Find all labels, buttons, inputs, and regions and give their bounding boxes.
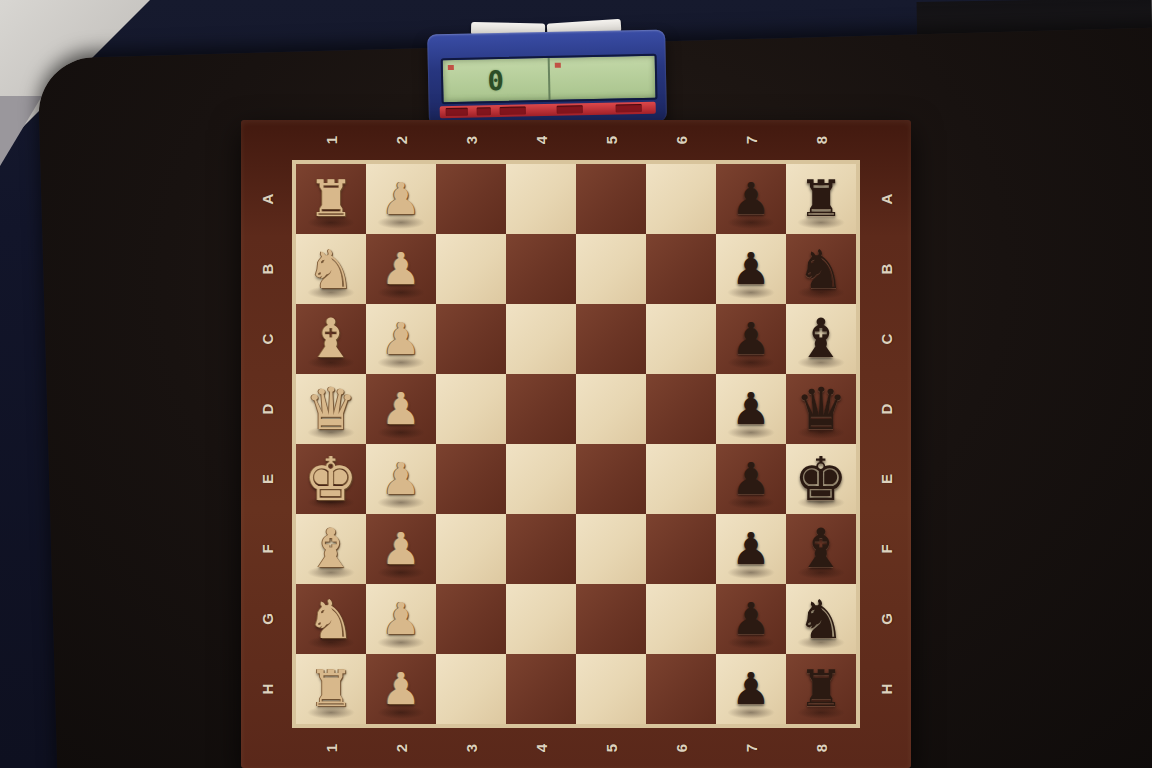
coord-bottom-1: 1	[311, 713, 351, 768]
square-g7: ♟	[716, 584, 786, 654]
coord-bottom-7: 7	[731, 713, 771, 768]
square-c4	[506, 304, 576, 374]
piece-white-pawn-g2: ♟	[366, 584, 436, 654]
square-b4	[506, 234, 576, 304]
piece-black-pawn-g7: ♟	[716, 584, 786, 654]
square-c5	[576, 304, 646, 374]
square-d3	[436, 374, 506, 444]
square-e7: ♟	[716, 444, 786, 514]
square-g8: ♞	[786, 584, 856, 654]
piece-black-bishop-c8: ♝	[786, 304, 856, 374]
piece-white-knight-b1: ♞	[296, 234, 366, 304]
square-b5	[576, 234, 646, 304]
piece-white-pawn-b2: ♟	[366, 234, 436, 304]
square-e1: ♚	[296, 444, 366, 514]
square-e8: ♚	[786, 444, 856, 514]
square-g6	[646, 584, 716, 654]
square-g5	[576, 584, 646, 654]
square-f3	[436, 514, 506, 584]
square-d4	[506, 374, 576, 444]
piece-black-pawn-d7: ♟	[716, 374, 786, 444]
square-b7: ♟	[716, 234, 786, 304]
square-d7: ♟	[716, 374, 786, 444]
coord-strip-left-letters: ABCDEFGH	[241, 164, 292, 724]
piece-white-pawn-c2: ♟	[366, 304, 436, 374]
coord-left-d: D	[232, 384, 302, 435]
piece-black-pawn-b7: ♟	[716, 234, 786, 304]
square-e2: ♟	[366, 444, 436, 514]
square-c7: ♟	[716, 304, 786, 374]
square-e3	[436, 444, 506, 514]
square-f1: ♝	[296, 514, 366, 584]
piece-white-pawn-e2: ♟	[366, 444, 436, 514]
coord-bottom-4: 4	[521, 713, 561, 768]
coord-top-3: 3	[451, 105, 491, 175]
coord-top-7: 7	[731, 105, 771, 175]
square-c8: ♝	[786, 304, 856, 374]
piece-black-queen-d8: ♛	[786, 374, 856, 444]
square-g1: ♞	[296, 584, 366, 654]
coord-right-f: F	[851, 524, 921, 575]
coord-top-6: 6	[661, 105, 701, 175]
coord-bottom-2: 2	[381, 713, 421, 768]
coord-right-c: C	[851, 314, 921, 365]
piece-white-knight-g1: ♞	[296, 584, 366, 654]
square-e5	[576, 444, 646, 514]
piece-black-knight-b8: ♞	[786, 234, 856, 304]
coord-top-1: 1	[311, 105, 351, 175]
coord-right-e: E	[851, 454, 921, 505]
coord-right-a: A	[851, 174, 921, 225]
coord-left-c: C	[232, 314, 302, 365]
piece-black-king-e8: ♚	[786, 444, 856, 514]
square-b3	[436, 234, 506, 304]
square-d1: ♛	[296, 374, 366, 444]
square-g3	[436, 584, 506, 654]
piece-black-bishop-f8: ♝	[786, 514, 856, 584]
square-f8: ♝	[786, 514, 856, 584]
coord-left-f: F	[232, 524, 302, 575]
square-d6	[646, 374, 716, 444]
square-f7: ♟	[716, 514, 786, 584]
piece-black-knight-g8: ♞	[786, 584, 856, 654]
coord-right-h: H	[851, 664, 921, 715]
square-b2: ♟	[366, 234, 436, 304]
piece-white-bishop-c1: ♝	[296, 304, 366, 374]
chess-board: 12345678 12345678 ABCDEFGH ABCDEFGH ♜♟♟♜…	[241, 120, 911, 768]
square-b1: ♞	[296, 234, 366, 304]
coord-top-2: 2	[381, 105, 421, 175]
coord-right-d: D	[851, 384, 921, 435]
coord-top-5: 5	[591, 105, 631, 175]
square-b8: ♞	[786, 234, 856, 304]
square-d2: ♟	[366, 374, 436, 444]
left-flag-indicator	[448, 65, 454, 70]
piece-white-queen-d1: ♛	[296, 374, 366, 444]
coord-left-b: B	[232, 244, 302, 295]
piece-black-pawn-e7: ♟	[716, 444, 786, 514]
coord-strip-bottom-numbers: 12345678	[296, 728, 856, 768]
coord-bottom-8: 8	[801, 713, 841, 768]
coord-bottom-6: 6	[661, 713, 701, 768]
square-f4	[506, 514, 576, 584]
piece-white-king-e1: ♚	[296, 444, 366, 514]
square-e4	[506, 444, 576, 514]
square-c2: ♟	[366, 304, 436, 374]
clock-left-display: 0	[443, 58, 549, 102]
square-d8: ♛	[786, 374, 856, 444]
square-b6	[646, 234, 716, 304]
square-e6	[646, 444, 716, 514]
piece-white-pawn-d2: ♟	[366, 374, 436, 444]
right-flag-indicator	[555, 63, 561, 68]
coord-strip-right-letters: ABCDEFGH	[860, 164, 911, 724]
piece-black-pawn-c7: ♟	[716, 304, 786, 374]
coord-right-b: B	[851, 244, 921, 295]
piece-black-pawn-f7: ♟	[716, 514, 786, 584]
clock-lcd: 0	[441, 54, 658, 105]
coord-top-4: 4	[521, 105, 561, 175]
left-time-digits: 0	[487, 64, 504, 95]
coord-left-g: G	[232, 594, 302, 645]
coord-left-a: A	[232, 174, 302, 225]
square-f2: ♟	[366, 514, 436, 584]
square-g2: ♟	[366, 584, 436, 654]
square-c1: ♝	[296, 304, 366, 374]
clock-right-display	[550, 56, 656, 100]
coord-left-h: H	[232, 664, 302, 715]
scene: 0 DGT North American 123456	[0, 0, 1152, 768]
square-f6	[646, 514, 716, 584]
square-f5	[576, 514, 646, 584]
coord-bottom-3: 3	[451, 713, 491, 768]
square-d5	[576, 374, 646, 444]
coord-left-e: E	[232, 454, 302, 505]
square-g4	[506, 584, 576, 654]
coord-bottom-5: 5	[591, 713, 631, 768]
board-grid: ♜♟♟♜♞♟♟♞♝♟♟♝♛♟♟♛♚♟♟♚♝♟♟♝♞♟♟♞♜♟♟♜	[292, 160, 860, 728]
square-c6	[646, 304, 716, 374]
square-c3	[436, 304, 506, 374]
coord-strip-top-numbers: 12345678	[296, 120, 856, 160]
coord-top-8: 8	[801, 105, 841, 175]
piece-white-pawn-f2: ♟	[366, 514, 436, 584]
coord-right-g: G	[851, 594, 921, 645]
piece-white-bishop-f1: ♝	[296, 514, 366, 584]
